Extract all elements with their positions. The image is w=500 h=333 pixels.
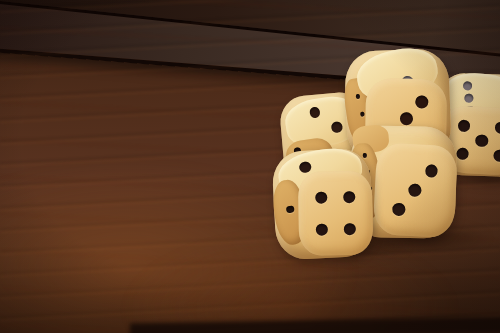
tabletop-dice-photo — [0, 0, 500, 333]
wood-plank-seam-bottom — [130, 317, 500, 333]
die-pip — [355, 94, 360, 99]
die-pip — [464, 93, 474, 103]
die-face-front — [373, 142, 458, 238]
die-pip — [360, 112, 365, 117]
die-pip — [409, 183, 423, 197]
die-pip — [392, 203, 406, 217]
die-pip — [315, 191, 327, 203]
die-pip — [456, 147, 469, 160]
die-pip — [331, 121, 343, 133]
die-pip — [309, 106, 321, 118]
die-pip — [463, 81, 473, 91]
die-pip — [425, 164, 439, 178]
die-pip — [315, 223, 327, 235]
die-pip — [344, 223, 356, 235]
die-pip — [457, 119, 470, 132]
die-pip — [494, 121, 500, 134]
die-pip — [399, 113, 412, 126]
die-pip — [286, 205, 294, 213]
die-pip — [343, 191, 355, 203]
die-pip — [298, 160, 312, 174]
die-face-front — [297, 170, 373, 256]
die-body — [271, 148, 375, 261]
die-pip — [475, 134, 488, 147]
die-front-left — [271, 148, 375, 261]
die-pip — [493, 149, 500, 162]
die-pip — [415, 95, 428, 108]
